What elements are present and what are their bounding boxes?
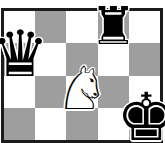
square-a1 bbox=[4, 108, 35, 140]
square-c2 bbox=[66, 76, 97, 108]
square-e3 bbox=[129, 43, 160, 75]
square-a4 bbox=[4, 11, 35, 43]
square-b3 bbox=[35, 43, 66, 75]
square-d3 bbox=[98, 43, 129, 75]
square-d1 bbox=[98, 108, 129, 140]
square-b4 bbox=[35, 11, 66, 43]
square-e1 bbox=[129, 108, 160, 140]
board-squares bbox=[4, 11, 160, 140]
square-e2 bbox=[129, 76, 160, 108]
square-b1 bbox=[35, 108, 66, 140]
chess-diagram: ♜♛♞♘♚ bbox=[0, 0, 165, 143]
square-b2 bbox=[35, 76, 66, 108]
square-c4 bbox=[66, 11, 97, 43]
square-d2 bbox=[98, 76, 129, 108]
square-c1 bbox=[66, 108, 97, 140]
square-a3 bbox=[4, 43, 35, 75]
square-d4 bbox=[98, 11, 129, 43]
square-c3 bbox=[66, 43, 97, 75]
square-a2 bbox=[4, 76, 35, 108]
board: ♜♛♞♘♚ bbox=[1, 8, 163, 143]
square-e4 bbox=[129, 11, 160, 43]
